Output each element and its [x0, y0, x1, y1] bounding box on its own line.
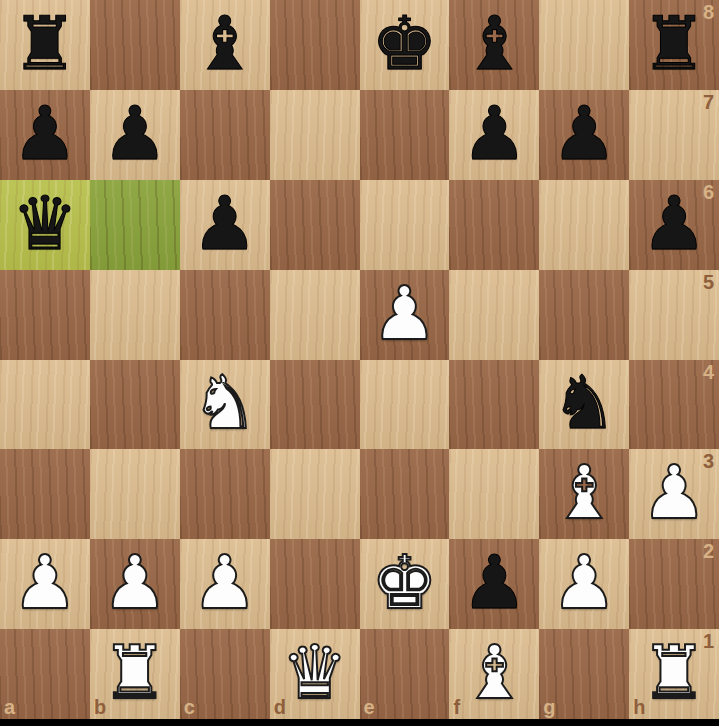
square-h1[interactable]: ♜h1 [629, 629, 719, 719]
square-g8[interactable] [539, 0, 629, 90]
square-f6[interactable] [449, 180, 539, 270]
square-c7[interactable] [180, 90, 270, 180]
square-g4[interactable]: ♞ [539, 360, 629, 450]
square-h7[interactable]: 7 [629, 90, 719, 180]
square-h4[interactable]: 4 [629, 360, 719, 450]
square-c6[interactable]: ♟ [180, 180, 270, 270]
square-h2[interactable]: 2 [629, 539, 719, 629]
square-h6[interactable]: ♟6 [629, 180, 719, 270]
rank-label-4: 4 [703, 362, 714, 382]
white-rook-piece[interactable]: ♜ [102, 635, 168, 709]
square-g5[interactable] [539, 270, 629, 360]
square-f1[interactable]: ♝f [449, 629, 539, 719]
square-g3[interactable]: ♝ [539, 449, 629, 539]
square-e5[interactable]: ♟ [360, 270, 450, 360]
file-label-f: f [453, 697, 460, 717]
black-pawn-piece[interactable]: ♟ [461, 96, 527, 170]
white-pawn-piece[interactable]: ♟ [102, 545, 168, 619]
file-label-a: a [4, 697, 15, 717]
square-d5[interactable] [270, 270, 360, 360]
square-d8[interactable] [270, 0, 360, 90]
square-a3[interactable] [0, 449, 90, 539]
square-f5[interactable] [449, 270, 539, 360]
square-b4[interactable] [90, 360, 180, 450]
square-f4[interactable] [449, 360, 539, 450]
black-king-piece[interactable]: ♚ [371, 6, 437, 80]
white-pawn-piece[interactable]: ♟ [12, 545, 78, 619]
square-b3[interactable] [90, 449, 180, 539]
square-a6[interactable]: ♛ [0, 180, 90, 270]
square-h5[interactable]: 5 [629, 270, 719, 360]
square-b1[interactable]: ♜b [90, 629, 180, 719]
square-g2[interactable]: ♟ [539, 539, 629, 629]
square-d4[interactable] [270, 360, 360, 450]
square-g6[interactable] [539, 180, 629, 270]
black-pawn-piece[interactable]: ♟ [551, 96, 617, 170]
chess-board: ♜♝♚♝♜8♟♟♟♟7♛♟♟6♟5♞♞4♝♟3♟♟♟♚♟♟2a♜bc♛de♝fg… [0, 0, 719, 719]
square-d2[interactable] [270, 539, 360, 629]
board-container: ♜♝♚♝♜8♟♟♟♟7♛♟♟6♟5♞♞4♝♟3♟♟♟♚♟♟2a♜bc♛de♝fg… [0, 0, 719, 726]
square-c4[interactable]: ♞ [180, 360, 270, 450]
white-bishop-piece[interactable]: ♝ [461, 635, 527, 709]
square-f2[interactable]: ♟ [449, 539, 539, 629]
square-e4[interactable] [360, 360, 450, 450]
white-queen-piece[interactable]: ♛ [281, 635, 347, 709]
square-e1[interactable]: e [360, 629, 450, 719]
black-pawn-piece[interactable]: ♟ [192, 186, 258, 260]
square-f3[interactable] [449, 449, 539, 539]
square-h8[interactable]: ♜8 [629, 0, 719, 90]
square-a4[interactable] [0, 360, 90, 450]
white-king-piece[interactable]: ♚ [371, 545, 437, 619]
square-d6[interactable] [270, 180, 360, 270]
black-knight-piece[interactable]: ♞ [551, 365, 617, 439]
black-bishop-piece[interactable]: ♝ [192, 6, 258, 80]
rank-label-5: 5 [703, 272, 714, 292]
square-g1[interactable]: g [539, 629, 629, 719]
black-queen-piece[interactable]: ♛ [12, 186, 78, 260]
file-label-c: c [184, 697, 195, 717]
square-b2[interactable]: ♟ [90, 539, 180, 629]
square-c8[interactable]: ♝ [180, 0, 270, 90]
file-label-g: g [543, 697, 555, 717]
black-pawn-piece[interactable]: ♟ [641, 186, 707, 260]
square-a5[interactable] [0, 270, 90, 360]
square-f7[interactable]: ♟ [449, 90, 539, 180]
square-e3[interactable] [360, 449, 450, 539]
file-label-e: e [364, 697, 375, 717]
white-knight-piece[interactable]: ♞ [192, 365, 258, 439]
square-b8[interactable] [90, 0, 180, 90]
board-bottom-edge [0, 719, 719, 726]
white-rook-piece[interactable]: ♜ [641, 635, 707, 709]
square-b6[interactable] [90, 180, 180, 270]
square-e7[interactable] [360, 90, 450, 180]
square-h3[interactable]: ♟3 [629, 449, 719, 539]
square-a7[interactable]: ♟ [0, 90, 90, 180]
black-pawn-piece[interactable]: ♟ [102, 96, 168, 170]
square-c1[interactable]: c [180, 629, 270, 719]
square-e6[interactable] [360, 180, 450, 270]
square-b7[interactable]: ♟ [90, 90, 180, 180]
square-b5[interactable] [90, 270, 180, 360]
white-bishop-piece[interactable]: ♝ [551, 455, 617, 529]
square-a1[interactable]: a [0, 629, 90, 719]
black-rook-piece[interactable]: ♜ [12, 6, 78, 80]
white-pawn-piece[interactable]: ♟ [192, 545, 258, 619]
square-c3[interactable] [180, 449, 270, 539]
square-e8[interactable]: ♚ [360, 0, 450, 90]
white-pawn-piece[interactable]: ♟ [551, 545, 617, 619]
square-g7[interactable]: ♟ [539, 90, 629, 180]
black-pawn-piece[interactable]: ♟ [12, 96, 78, 170]
rank-label-7: 7 [703, 92, 714, 112]
square-d1[interactable]: ♛d [270, 629, 360, 719]
white-pawn-piece[interactable]: ♟ [641, 455, 707, 529]
square-d7[interactable] [270, 90, 360, 180]
white-pawn-piece[interactable]: ♟ [371, 276, 437, 350]
black-pawn-piece[interactable]: ♟ [461, 545, 527, 619]
square-e2[interactable]: ♚ [360, 539, 450, 629]
black-bishop-piece[interactable]: ♝ [461, 6, 527, 80]
square-a2[interactable]: ♟ [0, 539, 90, 629]
square-c2[interactable]: ♟ [180, 539, 270, 629]
square-f8[interactable]: ♝ [449, 0, 539, 90]
square-d3[interactable] [270, 449, 360, 539]
square-c5[interactable] [180, 270, 270, 360]
black-rook-piece[interactable]: ♜ [641, 6, 707, 80]
rank-label-2: 2 [703, 541, 714, 561]
square-a8[interactable]: ♜ [0, 0, 90, 90]
